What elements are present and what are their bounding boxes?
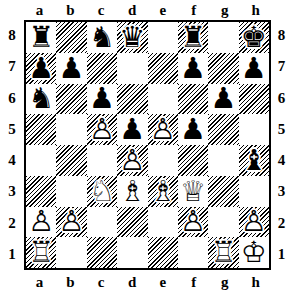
square-g5[interactable] [208, 114, 238, 145]
piece-black-queen: ♛ [117, 22, 147, 53]
square-e1[interactable] [148, 237, 178, 268]
rank-label-2: 2 [0, 208, 24, 239]
piece-black-knight: ♞ [26, 84, 56, 115]
chess-board: ♜♞♛♜♚♟♟♟♟♞♟♟♟♙♟♟♙♟♟♙♝♞♘♝♗♝♗♛♕♟♙♟♙♟♙♟♙♜♖♜… [24, 20, 271, 270]
file-label-c: c [86, 0, 117, 20]
square-a3[interactable] [26, 176, 56, 207]
piece-black-pawn: ♟ [239, 53, 269, 84]
square-a8[interactable]: ♜ [26, 22, 56, 53]
square-h1[interactable]: ♚♔ [239, 237, 269, 268]
square-g8[interactable] [208, 22, 238, 53]
square-e6[interactable] [148, 84, 178, 115]
piece-black-king: ♚ [239, 22, 269, 53]
rank-label-7: 7 [271, 51, 292, 82]
piece-black-pawn: ♟ [178, 114, 208, 145]
piece-white-king: ♔ [239, 237, 269, 268]
piece-white-king-fill: ♚ [239, 237, 269, 268]
rank-label-6: 6 [271, 83, 292, 114]
square-a6[interactable]: ♞ [26, 84, 56, 115]
square-d8[interactable]: ♛ [117, 22, 147, 53]
piece-black-pawn: ♟ [26, 53, 56, 84]
square-a4[interactable] [26, 145, 56, 176]
piece-white-pawn-fill: ♟ [178, 207, 208, 238]
square-e2[interactable] [148, 207, 178, 238]
piece-white-knight-fill: ♞ [87, 176, 117, 207]
file-label-e: e [148, 270, 179, 294]
square-d5[interactable]: ♟ [117, 114, 147, 145]
rank-label-5: 5 [0, 114, 24, 145]
piece-black-rook: ♜ [26, 22, 56, 53]
square-g7[interactable] [208, 53, 238, 84]
file-label-h: h [240, 270, 271, 294]
file-label-h: h [240, 0, 271, 20]
piece-white-pawn: ♙ [117, 145, 147, 176]
rank-labels-right: 87654321 [271, 20, 292, 270]
square-c2[interactable] [87, 207, 117, 238]
piece-black-pawn: ♟ [208, 84, 238, 115]
rank-label-4: 4 [271, 145, 292, 176]
square-b4[interactable] [56, 145, 86, 176]
square-c1[interactable] [87, 237, 117, 268]
square-f6[interactable] [178, 84, 208, 115]
file-label-b: b [55, 0, 86, 20]
piece-white-knight: ♘ [87, 176, 117, 207]
rank-label-1: 1 [0, 239, 24, 270]
rank-label-2: 2 [271, 208, 292, 239]
square-b1[interactable] [56, 237, 86, 268]
square-f8[interactable]: ♜ [178, 22, 208, 53]
square-c6[interactable]: ♟ [87, 84, 117, 115]
piece-white-rook: ♖ [26, 237, 56, 268]
rank-label-4: 4 [0, 145, 24, 176]
piece-white-rook-fill: ♜ [26, 237, 56, 268]
piece-white-pawn: ♙ [56, 207, 86, 238]
square-a2[interactable]: ♟♙ [26, 207, 56, 238]
file-label-e: e [148, 0, 179, 20]
square-h4[interactable]: ♝ [239, 145, 269, 176]
square-h7[interactable]: ♟ [239, 53, 269, 84]
rank-label-8: 8 [271, 20, 292, 51]
piece-black-pawn: ♟ [87, 84, 117, 115]
file-label-g: g [209, 0, 240, 20]
square-b7[interactable]: ♟ [56, 53, 86, 84]
square-a7[interactable]: ♟ [26, 53, 56, 84]
piece-white-rook-fill: ♜ [208, 237, 238, 268]
square-d6[interactable] [117, 84, 147, 115]
square-c7[interactable] [87, 53, 117, 84]
piece-white-rook: ♖ [208, 237, 238, 268]
file-label-g: g [209, 270, 240, 294]
square-h6[interactable] [239, 84, 269, 115]
piece-black-pawn: ♟ [117, 114, 147, 145]
piece-white-pawn-fill: ♟ [87, 114, 117, 145]
file-label-b: b [55, 270, 86, 294]
rank-label-7: 7 [0, 51, 24, 82]
file-label-d: d [117, 0, 148, 20]
piece-black-knight: ♞ [87, 22, 117, 53]
square-d7[interactable] [117, 53, 147, 84]
piece-white-bishop-fill: ♝ [117, 176, 147, 207]
square-h8[interactable]: ♚ [239, 22, 269, 53]
square-g1[interactable]: ♜♖ [208, 237, 238, 268]
chess-diagram: abcdefgh 87654321 ♜♞♛♜♚♟♟♟♟♞♟♟♟♙♟♟♙♟♟♙♝♞… [0, 0, 292, 294]
square-c4[interactable] [87, 145, 117, 176]
piece-white-bishop: ♗ [148, 176, 178, 207]
square-c3[interactable]: ♞♘ [87, 176, 117, 207]
square-c5[interactable]: ♟♙ [87, 114, 117, 145]
square-e5[interactable]: ♟♙ [148, 114, 178, 145]
piece-white-pawn: ♙ [178, 207, 208, 238]
square-b3[interactable] [56, 176, 86, 207]
square-h5[interactable] [239, 114, 269, 145]
piece-black-bishop: ♝ [239, 145, 269, 176]
square-d3[interactable]: ♝♗ [117, 176, 147, 207]
square-e3[interactable]: ♝♗ [148, 176, 178, 207]
square-b2[interactable]: ♟♙ [56, 207, 86, 238]
square-g2[interactable] [208, 207, 238, 238]
square-f2[interactable]: ♟♙ [178, 207, 208, 238]
piece-white-bishop-fill: ♝ [148, 176, 178, 207]
piece-white-pawn: ♙ [26, 207, 56, 238]
rank-label-3: 3 [0, 176, 24, 207]
piece-white-pawn-fill: ♟ [239, 207, 269, 238]
square-c8[interactable]: ♞ [87, 22, 117, 53]
piece-white-queen: ♕ [178, 176, 208, 207]
rank-label-1: 1 [271, 239, 292, 270]
square-b5[interactable] [56, 114, 86, 145]
square-g4[interactable] [208, 145, 238, 176]
piece-white-bishop: ♗ [117, 176, 147, 207]
rank-label-8: 8 [0, 20, 24, 51]
file-label-c: c [86, 270, 117, 294]
square-f3[interactable]: ♛♕ [178, 176, 208, 207]
square-g6[interactable]: ♟ [208, 84, 238, 115]
square-h2[interactable]: ♟♙ [239, 207, 269, 238]
square-a5[interactable] [26, 114, 56, 145]
file-label-d: d [117, 270, 148, 294]
piece-black-rook: ♜ [178, 22, 208, 53]
rank-labels-left: 87654321 [0, 20, 24, 270]
piece-white-pawn-fill: ♟ [26, 207, 56, 238]
file-label-f: f [178, 270, 209, 294]
rank-label-5: 5 [271, 114, 292, 145]
square-f4[interactable] [178, 145, 208, 176]
square-h3[interactable] [239, 176, 269, 207]
rank-label-3: 3 [271, 176, 292, 207]
square-d2[interactable] [117, 207, 147, 238]
square-a1[interactable]: ♜♖ [26, 237, 56, 268]
square-d4[interactable]: ♟♙ [117, 145, 147, 176]
piece-white-pawn: ♙ [148, 114, 178, 145]
file-labels-top: abcdefgh [24, 0, 271, 20]
piece-black-pawn: ♟ [56, 53, 86, 84]
piece-black-pawn: ♟ [178, 53, 208, 84]
piece-white-pawn: ♙ [239, 207, 269, 238]
piece-white-queen-fill: ♛ [178, 176, 208, 207]
square-e4[interactable] [148, 145, 178, 176]
square-e7[interactable] [148, 53, 178, 84]
square-f7[interactable]: ♟ [178, 53, 208, 84]
piece-white-pawn: ♙ [87, 114, 117, 145]
square-b8[interactable] [56, 22, 86, 53]
square-g3[interactable] [208, 176, 238, 207]
square-b6[interactable] [56, 84, 86, 115]
file-label-a: a [24, 0, 55, 20]
piece-white-pawn-fill: ♟ [117, 145, 147, 176]
square-d1[interactable] [117, 237, 147, 268]
rank-label-6: 6 [0, 83, 24, 114]
file-labels-bottom: abcdefgh [24, 270, 271, 294]
file-label-f: f [178, 0, 209, 20]
file-label-a: a [24, 270, 55, 294]
piece-white-pawn-fill: ♟ [148, 114, 178, 145]
square-f5[interactable]: ♟ [178, 114, 208, 145]
piece-white-pawn-fill: ♟ [56, 207, 86, 238]
square-f1[interactable] [178, 237, 208, 268]
square-e8[interactable] [148, 22, 178, 53]
